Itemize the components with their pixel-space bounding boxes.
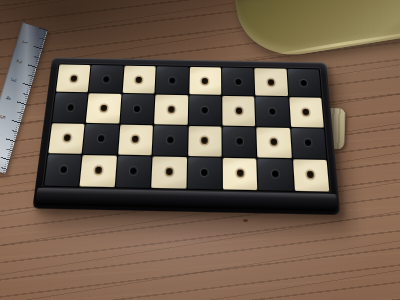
peg-hole <box>307 172 314 179</box>
photo-scene: 1 2 3 4 5 6 7 <box>0 0 400 300</box>
board-square[interactable] <box>122 66 155 94</box>
board-square[interactable] <box>223 158 258 191</box>
peg-hole <box>134 106 141 112</box>
peg-hole <box>235 107 241 113</box>
peg-hole <box>303 109 310 116</box>
chess-board <box>32 57 340 215</box>
peg-hole <box>132 136 139 143</box>
peg-hole <box>305 139 312 146</box>
board-square[interactable] <box>257 127 292 158</box>
board-square[interactable] <box>89 65 123 93</box>
peg-hole <box>95 167 102 174</box>
peg-hole <box>60 166 67 173</box>
peg-hole <box>101 105 108 111</box>
board-square[interactable] <box>120 94 154 123</box>
peg-hole <box>201 169 208 176</box>
board-square[interactable] <box>80 155 117 187</box>
peg-hole <box>202 107 208 113</box>
ruler-number: 6 <box>0 130 1 141</box>
peg-hole <box>301 80 308 86</box>
peg-hole <box>168 106 174 112</box>
board-square[interactable] <box>291 127 327 158</box>
peg-hole <box>201 137 207 144</box>
peg-hole <box>202 78 208 84</box>
board-square[interactable] <box>44 154 82 186</box>
board-square[interactable] <box>118 124 153 155</box>
board-square[interactable] <box>187 157 222 190</box>
peg-hole <box>98 135 105 142</box>
board-square[interactable] <box>83 123 119 154</box>
ruler-number: 4 <box>3 93 12 104</box>
peg-hole <box>166 169 173 176</box>
peg-hole <box>269 108 276 114</box>
board-square[interactable] <box>151 156 186 188</box>
peg-hole <box>236 138 243 145</box>
board-square[interactable] <box>116 155 152 187</box>
board-square[interactable] <box>189 67 221 95</box>
peg-hole <box>169 77 175 83</box>
peg-hole <box>167 137 174 144</box>
peg-hole <box>235 78 241 84</box>
ruler-number: 3 <box>8 74 17 85</box>
board-square[interactable] <box>289 97 324 127</box>
ruler-number: 2 <box>14 56 23 67</box>
board-square[interactable] <box>255 68 288 96</box>
peg-hole <box>136 76 142 82</box>
board-square[interactable] <box>156 66 189 94</box>
wood-knot <box>243 219 248 222</box>
peg-hole <box>270 139 277 146</box>
peg-hole <box>63 135 70 142</box>
peg-hole <box>70 75 77 81</box>
board-square[interactable] <box>56 64 91 92</box>
board-square[interactable] <box>287 69 321 97</box>
ruler-number: 5 <box>0 112 7 123</box>
peg-hole <box>103 76 110 82</box>
board-square[interactable] <box>154 95 188 124</box>
peg-hole <box>67 104 74 110</box>
board-square[interactable] <box>222 96 255 126</box>
board-square[interactable] <box>256 97 290 127</box>
peg-hole <box>272 171 279 178</box>
board-square[interactable] <box>188 95 221 125</box>
peg-hole <box>130 168 137 175</box>
peg-hole <box>237 170 244 177</box>
board-square[interactable] <box>52 93 88 122</box>
peg-hole <box>268 79 274 85</box>
board-square[interactable] <box>222 68 255 96</box>
ruler-number: 1 <box>19 37 28 48</box>
board-square[interactable] <box>86 94 121 123</box>
board-square[interactable] <box>293 159 330 192</box>
board-square[interactable] <box>48 123 85 154</box>
board-square[interactable] <box>153 125 187 156</box>
board-square[interactable] <box>258 158 294 191</box>
board-grid <box>43 63 331 192</box>
board-square[interactable] <box>188 125 222 156</box>
board-square[interactable] <box>222 126 256 157</box>
